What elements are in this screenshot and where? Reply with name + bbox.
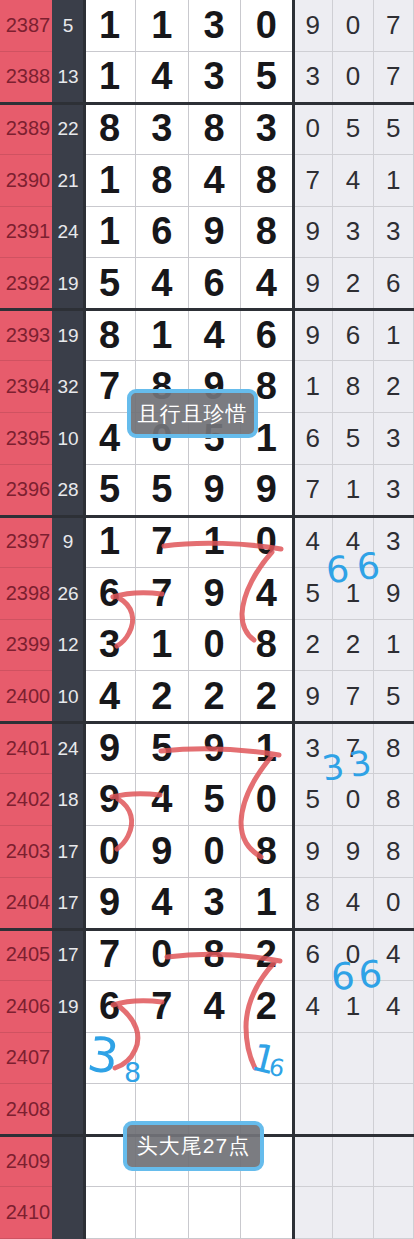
- sum-cell: [52, 1136, 84, 1188]
- digit-cell: 5: [136, 465, 188, 517]
- digit-cell: 9: [84, 723, 136, 775]
- right-digit-cell: [293, 1136, 333, 1188]
- sum-cell: 28: [52, 465, 84, 517]
- sum-cell: 19: [52, 258, 84, 310]
- section-divider: [83, 0, 86, 1239]
- right-digit-cell: 5: [333, 103, 373, 155]
- sum-cell: 24: [52, 723, 84, 775]
- period-cell: 2393: [0, 310, 52, 362]
- right-digit-cell: 9: [333, 826, 373, 878]
- digit-cell: 2: [241, 671, 293, 723]
- right-digit-cell: 1: [374, 155, 414, 207]
- digit-cell: 4: [241, 568, 293, 620]
- period-cell: 2389: [0, 103, 52, 155]
- sum-cell: [52, 1033, 84, 1085]
- group-divider: [0, 515, 414, 518]
- right-digit-cell: 9: [293, 826, 333, 878]
- right-digit-cell: 8: [333, 361, 373, 413]
- digit-cell: 9: [189, 568, 241, 620]
- sum-cell: 22: [52, 103, 84, 155]
- digit-cell: 7: [136, 568, 188, 620]
- right-digit-cell: 9: [293, 258, 333, 310]
- sum-cell: 17: [52, 929, 84, 981]
- right-digit-cell: 8: [374, 826, 414, 878]
- right-digit-cell: 0: [293, 103, 333, 155]
- digit-cell: 8: [189, 103, 241, 155]
- digit-cell: 1: [136, 620, 188, 672]
- digit-cell: 8: [241, 207, 293, 259]
- sum-cell: 12: [52, 620, 84, 672]
- handwritten-66: 66: [324, 547, 389, 589]
- right-digit-cell: [374, 1084, 414, 1136]
- handwritten-33: 33: [320, 744, 379, 785]
- period-cell: 2407: [0, 1033, 52, 1085]
- period-cell: 2395: [0, 413, 52, 465]
- digit-cell: 7: [136, 516, 188, 568]
- digit-cell: 9: [241, 465, 293, 517]
- right-digit-cell: [293, 1187, 333, 1239]
- digit-cell: 1: [241, 723, 293, 775]
- digit-cell: 1: [84, 516, 136, 568]
- digit-cell: 8: [241, 155, 293, 207]
- period-cell: 2406: [0, 981, 52, 1033]
- right-digit-cell: [333, 1136, 373, 1188]
- sum-cell: [52, 1187, 84, 1239]
- period-cell: 2388: [0, 52, 52, 104]
- period-cell: 2398: [0, 568, 52, 620]
- sum-cell: 13: [52, 52, 84, 104]
- sum-cell: 18: [52, 774, 84, 826]
- right-digit-cell: 9: [293, 0, 333, 52]
- right-digit-cell: [333, 1187, 373, 1239]
- digit-cell: 1: [84, 0, 136, 52]
- sum-cell: 5: [52, 0, 84, 52]
- handwritten-3: 3: [85, 1029, 122, 1081]
- right-digit-cell: 7: [293, 155, 333, 207]
- digit-cell: 1: [189, 516, 241, 568]
- right-digit-cell: 3: [374, 413, 414, 465]
- digit-cell: 5: [84, 258, 136, 310]
- right-digit-grid: 9073070557419339269611826537134435192219…: [293, 0, 414, 1239]
- digit-cell: 3: [189, 52, 241, 104]
- digit-cell: 5: [189, 774, 241, 826]
- period-cell: 2400: [0, 671, 52, 723]
- digit-cell: 4: [136, 258, 188, 310]
- right-digit-cell: 3: [293, 52, 333, 104]
- period-cell: 2404: [0, 878, 52, 930]
- period-cell: 2409: [0, 1136, 52, 1188]
- digit-cell: 9: [84, 774, 136, 826]
- digit-cell: 1: [84, 155, 136, 207]
- digit-cell: 3: [189, 0, 241, 52]
- right-digit-cell: [374, 1187, 414, 1239]
- sticker-label-qiexing[interactable]: 且行且珍惜: [127, 389, 258, 438]
- digit-cell: 6: [241, 310, 293, 362]
- right-digit-cell: 6: [293, 413, 333, 465]
- digit-cell: [189, 1033, 241, 1085]
- digit-cell: 4: [241, 258, 293, 310]
- digit-cell: 7: [136, 981, 188, 1033]
- digit-cell: 3: [241, 103, 293, 155]
- digit-cell: 6: [84, 568, 136, 620]
- group-divider: [0, 721, 414, 724]
- right-digit-cell: 7: [374, 52, 414, 104]
- right-digit-cell: 0: [374, 878, 414, 930]
- digit-cell: [136, 1187, 188, 1239]
- sum-cell: 26: [52, 568, 84, 620]
- digit-cell: 0: [189, 620, 241, 672]
- digit-cell: 4: [136, 878, 188, 930]
- handwritten-8: 8: [124, 1059, 141, 1086]
- digit-cell: 1: [84, 52, 136, 104]
- lottery-trend-chart: 2387238823892390239123922393239423952396…: [0, 0, 414, 1239]
- digit-cell: 2: [189, 671, 241, 723]
- sum-cell: 24: [52, 207, 84, 259]
- digit-cell: 5: [84, 465, 136, 517]
- digit-cell: [189, 1187, 241, 1239]
- right-digit-cell: 9: [293, 207, 333, 259]
- digit-cell: [84, 1187, 136, 1239]
- digit-cell: 8: [84, 103, 136, 155]
- right-digit-cell: 4: [293, 981, 333, 1033]
- digit-cell: 8: [136, 155, 188, 207]
- period-cell: 2405: [0, 929, 52, 981]
- digit-cell: 6: [136, 207, 188, 259]
- period-column: 2387238823892390239123922393239423952396…: [0, 0, 52, 1239]
- digit-cell: 9: [189, 207, 241, 259]
- handwritten-16: 1 6: [252, 1040, 300, 1084]
- period-cell: 2403: [0, 826, 52, 878]
- right-digit-cell: 3: [374, 465, 414, 517]
- digit-cell: 0: [136, 929, 188, 981]
- group-divider: [0, 308, 414, 311]
- digit-cell: 2: [136, 671, 188, 723]
- handwritten-6: 6: [267, 1055, 286, 1081]
- digit-cell: 2: [241, 929, 293, 981]
- sticker-label-toudawei[interactable]: 头大尾27点: [123, 1121, 264, 1171]
- period-cell: 2410: [0, 1187, 52, 1239]
- digit-cell: 1: [84, 207, 136, 259]
- sum-cell: 17: [52, 826, 84, 878]
- right-digit-cell: 1: [333, 465, 373, 517]
- period-cell: 2390: [0, 155, 52, 207]
- right-digit-cell: 5: [333, 413, 373, 465]
- sum-cell: 21: [52, 155, 84, 207]
- group-divider: [0, 928, 414, 931]
- right-digit-cell: [333, 1033, 373, 1085]
- digit-cell: 7: [84, 929, 136, 981]
- right-digit-cell: 4: [333, 155, 373, 207]
- sum-cell: 10: [52, 413, 84, 465]
- digit-cell: 9: [189, 465, 241, 517]
- right-digit-cell: 7: [333, 671, 373, 723]
- right-digit-cell: 8: [293, 878, 333, 930]
- period-cell: 2387: [0, 0, 52, 52]
- digit-cell: 4: [136, 52, 188, 104]
- group-divider: [0, 102, 414, 105]
- period-cell: 2399: [0, 620, 52, 672]
- sum-cell: 17: [52, 878, 84, 930]
- sum-cell: 10: [52, 671, 84, 723]
- digit-cell: 1: [136, 0, 188, 52]
- digit-cell: 0: [241, 0, 293, 52]
- right-digit-cell: 0: [333, 0, 373, 52]
- period-cell: 2396: [0, 465, 52, 517]
- right-digit-cell: 2: [293, 620, 333, 672]
- right-digit-cell: 8: [374, 723, 414, 775]
- digit-cell: 4: [84, 671, 136, 723]
- digit-cell: 2: [241, 981, 293, 1033]
- right-digit-cell: 6: [333, 310, 373, 362]
- digit-cell: 8: [189, 929, 241, 981]
- digit-cell: 4: [189, 155, 241, 207]
- right-digit-cell: 9: [293, 671, 333, 723]
- right-digit-cell: 9: [293, 310, 333, 362]
- digit-cell: 8: [241, 620, 293, 672]
- right-digit-cell: 1: [293, 361, 333, 413]
- digit-cell: 9: [84, 878, 136, 930]
- digit-cell: 5: [136, 723, 188, 775]
- period-cell: 2402: [0, 774, 52, 826]
- right-digit-cell: 5: [374, 671, 414, 723]
- digit-cell: 0: [241, 774, 293, 826]
- sum-column: 51322212419193210289261210241817171719: [52, 0, 84, 1239]
- digit-cell: 8: [241, 826, 293, 878]
- right-digit-cell: 7: [293, 465, 333, 517]
- right-digit-cell: 4: [333, 878, 373, 930]
- right-digit-cell: [374, 1136, 414, 1188]
- digit-cell: 9: [136, 826, 188, 878]
- digit-cell: 3: [189, 878, 241, 930]
- right-digit-cell: [333, 1084, 373, 1136]
- right-digit-cell: 3: [374, 207, 414, 259]
- right-digit-cell: 5: [374, 103, 414, 155]
- digit-cell: 4: [189, 310, 241, 362]
- digit-cell: 0: [189, 826, 241, 878]
- sum-cell: 19: [52, 310, 84, 362]
- right-digit-cell: 3: [333, 207, 373, 259]
- handwritten-38: 3 8: [88, 1031, 148, 1091]
- right-digit-cell: 6: [374, 258, 414, 310]
- right-digit-cell: 6: [293, 929, 333, 981]
- period-cell: 2392: [0, 258, 52, 310]
- right-digit-cell: 2: [333, 620, 373, 672]
- right-digit-cell: 8: [374, 774, 414, 826]
- right-digit-cell: 2: [374, 361, 414, 413]
- right-digit-cell: 7: [374, 0, 414, 52]
- period-cell: 2394: [0, 361, 52, 413]
- digit-cell: 3: [84, 620, 136, 672]
- digit-cell: 0: [84, 826, 136, 878]
- digit-cell: 4: [189, 981, 241, 1033]
- digit-cell: 9: [189, 723, 241, 775]
- sum-cell: [52, 1084, 84, 1136]
- period-cell: 2391: [0, 207, 52, 259]
- digit-cell: 1: [241, 878, 293, 930]
- digit-cell: 0: [241, 516, 293, 568]
- sum-cell: 9: [52, 516, 84, 568]
- digit-cell: 3: [136, 103, 188, 155]
- period-cell: 2408: [0, 1084, 52, 1136]
- digit-cell: [241, 1187, 293, 1239]
- digit-cell: 6: [189, 258, 241, 310]
- digit-cell: 8: [84, 310, 136, 362]
- right-digit-cell: [293, 1084, 333, 1136]
- handwritten-66: 66: [330, 955, 388, 996]
- period-cell: 2397: [0, 516, 52, 568]
- right-digit-cell: 1: [374, 620, 414, 672]
- digit-cell: 1: [136, 310, 188, 362]
- sum-cell: 19: [52, 981, 84, 1033]
- digit-cell: 5: [241, 52, 293, 104]
- right-digit-cell: 0: [333, 52, 373, 104]
- digit-cell: 4: [136, 774, 188, 826]
- right-digit-cell: 2: [333, 258, 373, 310]
- right-digit-cell: 1: [374, 310, 414, 362]
- period-cell: 2401: [0, 723, 52, 775]
- sum-cell: 32: [52, 361, 84, 413]
- right-digit-cell: [374, 1033, 414, 1085]
